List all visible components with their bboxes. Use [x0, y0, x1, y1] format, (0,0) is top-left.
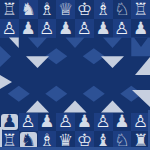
square-h2[interactable]: ♙: [131, 113, 150, 132]
square-d4[interactable]: [56, 75, 75, 94]
square-g8[interactable]: ♘: [113, 0, 132, 19]
square-d1[interactable]: ♛: [56, 131, 75, 150]
piece-white-rook[interactable]: ♖: [2, 132, 17, 149]
square-g6[interactable]: [113, 38, 132, 57]
piece-white-pawn[interactable]: ♟: [2, 113, 17, 130]
square-c1[interactable]: ♗: [38, 131, 57, 150]
square-f7[interactable]: ♟: [94, 19, 113, 38]
square-g5[interactable]: [113, 56, 132, 75]
square-h4[interactable]: [131, 75, 150, 94]
square-a5[interactable]: [0, 56, 19, 75]
piece-white-pawn[interactable]: ♙: [58, 113, 73, 130]
square-h5[interactable]: [131, 56, 150, 75]
square-b6[interactable]: [19, 38, 38, 57]
square-h8[interactable]: ♖: [131, 0, 150, 19]
piece-black-pawn[interactable]: ♙: [114, 20, 129, 37]
piece-white-pawn[interactable]: ♙: [133, 113, 148, 130]
square-d5[interactable]: [56, 56, 75, 75]
piece-black-bishop[interactable]: ♗: [96, 1, 111, 18]
piece-black-knight[interactable]: ♘: [114, 1, 129, 18]
piece-white-queen[interactable]: ♛: [58, 132, 73, 149]
piece-black-rook[interactable]: ♖: [133, 1, 148, 18]
square-g4[interactable]: [113, 75, 132, 94]
square-c6[interactable]: [38, 38, 57, 57]
piece-white-pawn[interactable]: ♙: [96, 113, 111, 130]
square-d8[interactable]: ♕: [56, 0, 75, 19]
piece-black-pawn[interactable]: ♙: [2, 20, 17, 37]
square-g7[interactable]: ♙: [113, 19, 132, 38]
square-b1[interactable]: ♞: [19, 131, 38, 150]
square-f8[interactable]: ♗: [94, 0, 113, 19]
chess-app-window: ♖♞♗♕♔♗♘♖♙♟♙♟♙♟♙♟♟♙♟♙♟♙♟♙♖♞♗♛♔♝♘♜: [0, 0, 150, 150]
piece-white-pawn[interactable]: ♟: [77, 113, 92, 130]
square-f1[interactable]: ♝: [94, 131, 113, 150]
square-h7[interactable]: ♟: [131, 19, 150, 38]
piece-white-king[interactable]: ♔: [77, 132, 92, 149]
piece-white-pawn[interactable]: ♟: [39, 113, 54, 130]
piece-white-bishop[interactable]: ♝: [96, 132, 111, 149]
square-b5[interactable]: [19, 56, 38, 75]
piece-white-bishop[interactable]: ♗: [39, 132, 54, 149]
square-h1[interactable]: ♜: [131, 131, 150, 150]
square-d3[interactable]: [56, 94, 75, 113]
square-c5[interactable]: [38, 56, 57, 75]
piece-black-bishop[interactable]: ♗: [39, 1, 54, 18]
square-c7[interactable]: ♙: [38, 19, 57, 38]
square-e2[interactable]: ♟: [75, 113, 94, 132]
square-b4[interactable]: [19, 75, 38, 94]
piece-black-king[interactable]: ♔: [77, 1, 92, 18]
piece-black-pawn[interactable]: ♙: [39, 20, 54, 37]
piece-black-rook[interactable]: ♖: [2, 1, 17, 18]
square-g3[interactable]: [113, 94, 132, 113]
square-g1[interactable]: ♘: [113, 131, 132, 150]
square-b7[interactable]: ♟: [19, 19, 38, 38]
square-e5[interactable]: [75, 56, 94, 75]
square-c3[interactable]: [38, 94, 57, 113]
square-f6[interactable]: [94, 38, 113, 57]
square-e1[interactable]: ♔: [75, 131, 94, 150]
square-d7[interactable]: ♟: [56, 19, 75, 38]
square-a1[interactable]: ♖: [0, 131, 19, 150]
piece-white-knight[interactable]: ♞: [21, 132, 36, 149]
square-f5[interactable]: [94, 56, 113, 75]
square-h6[interactable]: [131, 38, 150, 57]
square-c8[interactable]: ♗: [38, 0, 57, 19]
square-a8[interactable]: ♖: [0, 0, 19, 19]
square-a4[interactable]: [0, 75, 19, 94]
square-e7[interactable]: ♙: [75, 19, 94, 38]
square-d6[interactable]: [56, 38, 75, 57]
square-g2[interactable]: ♟: [113, 113, 132, 132]
square-h3[interactable]: [131, 94, 150, 113]
square-e3[interactable]: [75, 94, 94, 113]
piece-black-queen[interactable]: ♕: [58, 1, 73, 18]
square-f2[interactable]: ♙: [94, 113, 113, 132]
piece-black-pawn[interactable]: ♟: [96, 20, 111, 37]
piece-black-pawn[interactable]: ♟: [58, 20, 73, 37]
square-b3[interactable]: [19, 94, 38, 113]
square-b2[interactable]: ♙: [19, 113, 38, 132]
piece-black-pawn[interactable]: ♟: [133, 20, 148, 37]
piece-white-knight[interactable]: ♘: [114, 132, 129, 149]
square-a2[interactable]: ♟: [0, 113, 19, 132]
square-f4[interactable]: [94, 75, 113, 94]
square-e8[interactable]: ♔: [75, 0, 94, 19]
square-f3[interactable]: [94, 94, 113, 113]
square-d2[interactable]: ♙: [56, 113, 75, 132]
piece-black-pawn[interactable]: ♙: [77, 20, 92, 37]
square-a6[interactable]: [0, 38, 19, 57]
piece-black-pawn[interactable]: ♟: [21, 20, 36, 37]
square-e6[interactable]: [75, 38, 94, 57]
chess-board[interactable]: ♖♞♗♕♔♗♘♖♙♟♙♟♙♟♙♟♟♙♟♙♟♙♟♙♖♞♗♛♔♝♘♜: [0, 0, 150, 150]
piece-white-rook[interactable]: ♜: [133, 132, 148, 149]
piece-black-knight[interactable]: ♞: [21, 1, 36, 18]
square-a3[interactable]: [0, 94, 19, 113]
square-a7[interactable]: ♙: [0, 19, 19, 38]
piece-white-pawn[interactable]: ♙: [21, 113, 36, 130]
square-c2[interactable]: ♟: [38, 113, 57, 132]
square-c4[interactable]: [38, 75, 57, 94]
piece-white-pawn[interactable]: ♟: [114, 113, 129, 130]
square-e4[interactable]: [75, 75, 94, 94]
square-b8[interactable]: ♞: [19, 0, 38, 19]
